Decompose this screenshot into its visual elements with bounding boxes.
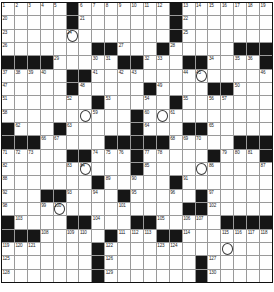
cell-r3c1[interactable]: 23 [2, 30, 14, 42]
cell-r14c18[interactable] [221, 176, 233, 188]
cell-r12c20[interactable]: 81 [247, 150, 259, 162]
cell-r13c6[interactable]: 83 [67, 163, 79, 175]
cell-r21c11[interactable] [131, 270, 143, 282]
cell-r4c10[interactable]: 27 [118, 43, 130, 55]
cell-r4c17[interactable] [208, 43, 220, 55]
cell-r18c11[interactable]: 112 [131, 230, 143, 242]
cell-r10c6[interactable]: 63 [67, 123, 79, 135]
cell-r16c19[interactable] [234, 203, 246, 215]
cell-r10c14[interactable] [170, 123, 182, 135]
cell-r9c21[interactable] [260, 110, 272, 122]
cell-r10c2[interactable]: 62 [15, 123, 27, 135]
cell-r3c13[interactable] [157, 30, 169, 42]
cell-r9c3[interactable] [28, 110, 40, 122]
cell-r16c6[interactable] [67, 203, 79, 215]
cell-r9c13[interactable] [157, 110, 169, 122]
cell-r4c1[interactable]: 26 [2, 43, 14, 55]
cell-r13c10[interactable] [118, 163, 130, 175]
cell-r10c9[interactable] [105, 123, 117, 135]
cell-r15c7[interactable] [79, 190, 91, 202]
cell-r6c13[interactable] [157, 70, 169, 82]
cell-r11c5[interactable]: 67 [54, 136, 66, 148]
cell-r12c1[interactable]: 71 [2, 150, 14, 162]
cell-r17c15[interactable]: 106 [183, 216, 195, 228]
cell-r19c18[interactable] [221, 243, 233, 255]
cell-r15c14[interactable]: 96 [170, 190, 182, 202]
cell-r20c17[interactable]: 127 [208, 256, 220, 268]
cell-r21c1[interactable]: 128 [2, 270, 14, 282]
cell-r13c7[interactable]: 84 [79, 163, 91, 175]
cell-r21c13[interactable] [157, 270, 169, 282]
cell-r6c17[interactable] [208, 70, 220, 82]
cell-r5c19[interactable]: 35 [234, 56, 246, 68]
cell-r6c2[interactable]: 38 [15, 70, 27, 82]
cell-r6c18[interactable] [221, 70, 233, 82]
cell-r18c5[interactable] [54, 230, 66, 242]
cell-r6c4[interactable]: 40 [41, 70, 53, 82]
cell-r15c15[interactable] [183, 190, 195, 202]
cell-r21c6[interactable] [67, 270, 79, 282]
cell-r4c12[interactable] [144, 43, 156, 55]
cell-r1c17[interactable]: 15 [208, 3, 220, 15]
cell-r14c1[interactable]: 88 [2, 176, 14, 188]
cell-r14c6[interactable] [67, 176, 79, 188]
cell-r12c18[interactable]: 79 [221, 150, 233, 162]
cell-r5c13[interactable]: 33 [157, 56, 169, 68]
cell-r18c8[interactable] [92, 230, 104, 242]
cell-r3c16[interactable] [196, 30, 208, 42]
cell-r18c21[interactable]: 118 [260, 230, 272, 242]
cell-r15c9[interactable] [105, 190, 117, 202]
cell-r7c7[interactable]: 48 [79, 83, 91, 95]
cell-r8c15[interactable]: 55 [183, 96, 195, 108]
cell-r8c11[interactable] [131, 96, 143, 108]
cell-r13c12[interactable]: 85 [144, 163, 156, 175]
cell-r17c16[interactable]: 107 [196, 216, 208, 228]
cell-r1c11[interactable]: 10 [131, 3, 143, 15]
cell-r15c6[interactable]: 93 [67, 190, 79, 202]
cell-r10c3[interactable] [28, 123, 40, 135]
cell-r10c18[interactable] [221, 123, 233, 135]
cell-r20c19[interactable] [234, 256, 246, 268]
cell-r4c11[interactable] [131, 43, 143, 55]
cell-r5c14[interactable] [170, 56, 182, 68]
cell-r2c18[interactable] [221, 16, 233, 28]
cell-r15c21[interactable] [260, 190, 272, 202]
cell-r5c6[interactable] [67, 56, 79, 68]
cell-r16c13[interactable] [157, 203, 169, 215]
cell-r4c2[interactable] [15, 43, 27, 55]
cell-r1c2[interactable]: 2 [15, 3, 27, 15]
cell-r15c11[interactable]: 95 [131, 190, 143, 202]
cell-r14c2[interactable] [15, 176, 27, 188]
cell-r20c6[interactable] [67, 256, 79, 268]
cell-r13c3[interactable] [28, 163, 40, 175]
cell-r14c19[interactable] [234, 176, 246, 188]
cell-r20c21[interactable] [260, 256, 272, 268]
cell-r12c9[interactable]: 75 [105, 150, 117, 162]
cell-r16c10[interactable]: 101 [118, 203, 130, 215]
cell-r9c17[interactable] [208, 110, 220, 122]
cell-r19c5[interactable] [54, 243, 66, 255]
cell-r18c15[interactable]: 114 [183, 230, 195, 242]
cell-r5c12[interactable]: 32 [144, 56, 156, 68]
cell-r21c19[interactable] [234, 270, 246, 282]
cell-r9c1[interactable]: 58 [2, 110, 14, 122]
cell-r3c7[interactable] [79, 30, 91, 42]
cell-r19c20[interactable] [247, 243, 259, 255]
cell-r7c20[interactable] [247, 83, 259, 95]
cell-r16c18[interactable] [221, 203, 233, 215]
cell-r14c12[interactable] [144, 176, 156, 188]
cell-r14c3[interactable] [28, 176, 40, 188]
cell-r21c10[interactable] [118, 270, 130, 282]
cell-r1c1[interactable]: 1 [2, 3, 14, 15]
cell-r14c15[interactable]: 91 [183, 176, 195, 188]
cell-r7c1[interactable]: 47 [2, 83, 14, 95]
cell-r13c13[interactable] [157, 163, 169, 175]
cell-r1c9[interactable]: 8 [105, 3, 117, 15]
cell-r4c6[interactable] [67, 43, 79, 55]
cell-r15c1[interactable]: 92 [2, 190, 14, 202]
cell-r20c14[interactable] [170, 256, 182, 268]
cell-r9c6[interactable] [67, 110, 79, 122]
cell-r14c7[interactable] [79, 176, 91, 188]
cell-r21c15[interactable] [183, 270, 195, 282]
cell-r21c12[interactable] [144, 270, 156, 282]
cell-r11c14[interactable]: 68 [170, 136, 182, 148]
cell-r17c9[interactable] [105, 216, 117, 228]
cell-r20c10[interactable] [118, 256, 130, 268]
cell-r12c13[interactable]: 78 [157, 150, 169, 162]
cell-r12c14[interactable] [170, 150, 182, 162]
cell-r7c16[interactable] [196, 83, 208, 95]
cell-r12c10[interactable]: 76 [118, 150, 130, 162]
cell-r20c18[interactable] [221, 256, 233, 268]
cell-r8c17[interactable]: 56 [208, 96, 220, 108]
cell-r13c1[interactable]: 82 [2, 163, 14, 175]
cell-r6c9[interactable] [105, 70, 117, 82]
cell-r6c10[interactable]: 42 [118, 70, 130, 82]
cell-r15c20[interactable] [247, 190, 259, 202]
cell-r7c9[interactable] [105, 83, 117, 95]
cell-r21c17[interactable]: 130 [208, 270, 220, 282]
cell-r19c14[interactable]: 124 [170, 243, 182, 255]
cell-r3c6[interactable]: 24 [67, 30, 79, 42]
cell-r8c18[interactable]: 57 [221, 96, 233, 108]
cell-r14c13[interactable] [157, 176, 169, 188]
cell-r19c19[interactable] [234, 243, 246, 255]
cell-r7c19[interactable]: 50 [234, 83, 246, 95]
cell-r19c12[interactable] [144, 243, 156, 255]
cell-r12c19[interactable]: 80 [234, 150, 246, 162]
cell-r8c13[interactable] [157, 96, 169, 108]
cell-r10c4[interactable] [41, 123, 53, 135]
cell-r7c10[interactable] [118, 83, 130, 95]
cell-r13c20[interactable] [247, 163, 259, 175]
cell-r10c17[interactable]: 65 [208, 123, 220, 135]
cell-r16c8[interactable] [92, 203, 104, 215]
cell-r9c15[interactable] [183, 110, 195, 122]
cell-r13c17[interactable]: 86 [208, 163, 220, 175]
cell-r3c20[interactable] [247, 30, 259, 42]
cell-r1c5[interactable]: 5 [54, 3, 66, 15]
cell-r18c7[interactable]: 110 [79, 230, 91, 242]
cell-r6c5[interactable] [54, 70, 66, 82]
cell-r13c16[interactable] [196, 163, 208, 175]
cell-r16c4[interactable]: 99 [41, 203, 53, 215]
cell-r1c21[interactable]: 19 [260, 3, 272, 15]
cell-r20c15[interactable] [183, 256, 195, 268]
cell-r18c12[interactable]: 113 [144, 230, 156, 242]
cell-r4c7[interactable] [79, 43, 91, 55]
cell-r12c15[interactable] [183, 150, 195, 162]
cell-r8c1[interactable]: 51 [2, 96, 14, 108]
cell-r5c7[interactable] [79, 56, 91, 68]
cell-r18c6[interactable]: 109 [67, 230, 79, 242]
cell-r20c12[interactable] [144, 256, 156, 268]
cell-r21c18[interactable] [221, 270, 233, 282]
cell-r13c9[interactable] [105, 163, 117, 175]
cell-r7c2[interactable] [15, 83, 27, 95]
cell-r15c12[interactable] [144, 190, 156, 202]
cell-r19c4[interactable] [41, 243, 53, 255]
cell-r7c4[interactable] [41, 83, 53, 95]
cell-r12c16[interactable] [196, 150, 208, 162]
cell-r20c1[interactable]: 125 [2, 256, 14, 268]
cell-r13c2[interactable] [15, 163, 27, 175]
cell-r6c16[interactable]: 45 [196, 70, 208, 82]
cell-r20c7[interactable] [79, 256, 91, 268]
cell-r20c3[interactable] [28, 256, 40, 268]
cell-r21c3[interactable] [28, 270, 40, 282]
cell-r9c19[interactable] [234, 110, 246, 122]
cell-r14c10[interactable] [118, 176, 130, 188]
cell-r10c10[interactable] [118, 123, 130, 135]
cell-r8c20[interactable] [247, 96, 259, 108]
cell-r13c8[interactable] [92, 163, 104, 175]
cell-r3c5[interactable] [54, 30, 66, 42]
cell-r17c14[interactable] [170, 216, 182, 228]
cell-r2c21[interactable] [260, 16, 272, 28]
cell-r10c13[interactable] [157, 123, 169, 135]
cell-r4c3[interactable] [28, 43, 40, 55]
cell-r9c2[interactable] [15, 110, 27, 122]
cell-r14c16[interactable] [196, 176, 208, 188]
cell-r8c7[interactable] [79, 96, 91, 108]
cell-r3c21[interactable] [260, 30, 272, 42]
cell-r19c21[interactable] [260, 243, 272, 255]
cell-r10c7[interactable] [79, 123, 91, 135]
cell-r3c18[interactable] [221, 30, 233, 42]
cell-r12c8[interactable]: 74 [92, 150, 104, 162]
cell-r11c4[interactable]: 66 [41, 136, 53, 148]
cell-r15c17[interactable]: 97 [208, 190, 220, 202]
cell-r1c15[interactable]: 13 [183, 3, 195, 15]
cell-r15c18[interactable] [221, 190, 233, 202]
cell-r11c8[interactable] [92, 136, 104, 148]
cell-r7c8[interactable] [92, 83, 104, 95]
cell-r8c6[interactable]: 52 [67, 96, 79, 108]
cell-r11c16[interactable]: 70 [196, 136, 208, 148]
cell-r20c2[interactable] [15, 256, 27, 268]
cell-r5c5[interactable]: 29 [54, 56, 66, 68]
cell-r16c11[interactable] [131, 203, 143, 215]
cell-r19c13[interactable]: 123 [157, 243, 169, 255]
cell-r2c20[interactable] [247, 16, 259, 28]
cell-r2c19[interactable] [234, 16, 246, 28]
cell-r9c18[interactable] [221, 110, 233, 122]
cell-r21c9[interactable]: 129 [105, 270, 117, 282]
cell-r2c4[interactable] [41, 16, 53, 28]
cell-r8c10[interactable] [118, 96, 130, 108]
cell-r2c15[interactable]: 22 [183, 16, 195, 28]
cell-r5c20[interactable]: 36 [247, 56, 259, 68]
cell-r12c5[interactable] [54, 150, 66, 162]
cell-r17c4[interactable] [41, 216, 53, 228]
cell-r3c2[interactable] [15, 30, 27, 42]
cell-r3c3[interactable] [28, 30, 40, 42]
cell-r10c19[interactable] [234, 123, 246, 135]
cell-r17c3[interactable] [28, 216, 40, 228]
cell-r1c8[interactable]: 7 [92, 3, 104, 15]
cell-r16c17[interactable]: 102 [208, 203, 220, 215]
cell-r11c18[interactable] [221, 136, 233, 148]
cell-r6c11[interactable]: 43 [131, 70, 143, 82]
cell-r17c17[interactable] [208, 216, 220, 228]
cell-r17c2[interactable]: 103 [15, 216, 27, 228]
cell-r2c12[interactable] [144, 16, 156, 28]
cell-r13c14[interactable] [170, 163, 182, 175]
cell-r9c5[interactable] [54, 110, 66, 122]
cell-r7c3[interactable] [28, 83, 40, 95]
cell-r17c8[interactable]: 104 [92, 216, 104, 228]
cell-r14c11[interactable]: 90 [131, 176, 143, 188]
cell-r20c4[interactable] [41, 256, 53, 268]
cell-r1c18[interactable]: 16 [221, 3, 233, 15]
cell-r12c12[interactable]: 77 [144, 150, 156, 162]
cell-r14c20[interactable] [247, 176, 259, 188]
cell-r8c2[interactable] [15, 96, 27, 108]
cell-r19c6[interactable] [67, 243, 79, 255]
cell-r3c9[interactable] [105, 30, 117, 42]
cell-r9c10[interactable] [118, 110, 130, 122]
cell-r8c5[interactable] [54, 96, 66, 108]
cell-r8c19[interactable] [234, 96, 246, 108]
cell-r15c3[interactable] [28, 190, 40, 202]
cell-r21c7[interactable] [79, 270, 91, 282]
cell-r13c18[interactable] [221, 163, 233, 175]
cell-r19c10[interactable] [118, 243, 130, 255]
cell-r8c16[interactable] [196, 96, 208, 108]
cell-r7c11[interactable] [131, 83, 143, 95]
cell-r21c4[interactable] [41, 270, 53, 282]
cell-r15c13[interactable] [157, 190, 169, 202]
cell-r6c12[interactable] [144, 70, 156, 82]
cell-r3c4[interactable] [41, 30, 53, 42]
cell-r12c2[interactable]: 72 [15, 150, 27, 162]
cell-r1c4[interactable]: 4 [41, 3, 53, 15]
cell-r3c17[interactable] [208, 30, 220, 42]
cell-r8c12[interactable]: 54 [144, 96, 156, 108]
cell-r9c14[interactable]: 61 [170, 110, 182, 122]
cell-r10c12[interactable]: 64 [144, 123, 156, 135]
cell-r18c17[interactable] [208, 230, 220, 242]
cell-r17c10[interactable] [118, 216, 130, 228]
cell-r2c2[interactable] [15, 16, 27, 28]
cell-r6c19[interactable] [234, 70, 246, 82]
cell-r21c14[interactable] [170, 270, 182, 282]
cell-r21c2[interactable] [15, 270, 27, 282]
cell-r13c19[interactable] [234, 163, 246, 175]
cell-r8c3[interactable] [28, 96, 40, 108]
cell-r3c12[interactable] [144, 30, 156, 42]
cell-r2c11[interactable] [131, 16, 143, 28]
cell-r6c14[interactable] [170, 70, 182, 82]
cell-r20c13[interactable] [157, 256, 169, 268]
cell-r11c7[interactable] [79, 136, 91, 148]
cell-r9c7[interactable] [79, 110, 91, 122]
cell-r15c2[interactable] [15, 190, 27, 202]
cell-r16c14[interactable] [170, 203, 182, 215]
cell-r13c15[interactable] [183, 163, 195, 175]
cell-r5c8[interactable]: 30 [92, 56, 104, 68]
cell-r9c4[interactable] [41, 110, 53, 122]
cell-r1c20[interactable]: 18 [247, 3, 259, 15]
cell-r3c11[interactable] [131, 30, 143, 42]
cell-r19c2[interactable]: 120 [15, 243, 27, 255]
cell-r16c21[interactable] [260, 203, 272, 215]
cell-r10c21[interactable] [260, 123, 272, 135]
cell-r14c9[interactable]: 89 [105, 176, 117, 188]
cell-r2c1[interactable]: 20 [2, 16, 14, 28]
cell-r8c4[interactable] [41, 96, 53, 108]
cell-r2c10[interactable] [118, 16, 130, 28]
cell-r2c9[interactable] [105, 16, 117, 28]
cell-r1c7[interactable]: 6 [79, 3, 91, 15]
cell-r6c21[interactable]: 46 [260, 70, 272, 82]
cell-r19c3[interactable]: 121 [28, 243, 40, 255]
cell-r19c11[interactable] [131, 243, 143, 255]
cell-r3c10[interactable] [118, 30, 130, 42]
cell-r20c11[interactable] [131, 256, 143, 268]
cell-r4c15[interactable] [183, 43, 195, 55]
cell-r2c16[interactable] [196, 16, 208, 28]
cell-r19c16[interactable] [196, 243, 208, 255]
cell-r7c13[interactable]: 49 [157, 83, 169, 95]
cell-r4c18[interactable] [221, 43, 233, 55]
cell-r8c21[interactable] [260, 96, 272, 108]
cell-r12c4[interactable] [41, 150, 53, 162]
cell-r16c9[interactable] [105, 203, 117, 215]
cell-r5c9[interactable]: 31 [105, 56, 117, 68]
cell-r13c5[interactable] [54, 163, 66, 175]
cell-r18c18[interactable]: 115 [221, 230, 233, 242]
cell-r19c9[interactable]: 122 [105, 243, 117, 255]
cell-r4c5[interactable] [54, 43, 66, 55]
cell-r13c21[interactable]: 87 [260, 163, 272, 175]
cell-r16c7[interactable] [79, 203, 91, 215]
cell-r18c16[interactable] [196, 230, 208, 242]
cell-r1c12[interactable]: 11 [144, 3, 156, 15]
cell-r12c3[interactable]: 73 [28, 150, 40, 162]
cell-r1c3[interactable]: 3 [28, 3, 40, 15]
cell-r18c20[interactable]: 117 [247, 230, 259, 242]
cell-r7c5[interactable] [54, 83, 66, 95]
cell-r11c6[interactable] [67, 136, 79, 148]
cell-r16c5[interactable]: 100 [54, 203, 66, 215]
cell-r18c10[interactable]: 111 [118, 230, 130, 242]
